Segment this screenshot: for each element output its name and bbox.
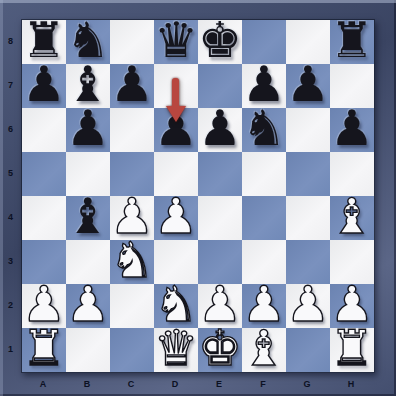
square-a1[interactable]: ♜ bbox=[22, 328, 66, 372]
square-a4[interactable] bbox=[22, 196, 66, 240]
file-label-a: A bbox=[21, 373, 65, 395]
square-g1[interactable] bbox=[286, 328, 330, 372]
file-label-d: D bbox=[153, 373, 197, 395]
rank-label-1: 1 bbox=[0, 327, 21, 371]
square-c6[interactable] bbox=[110, 108, 154, 152]
square-f6[interactable]: ♞ bbox=[242, 108, 286, 152]
square-a7[interactable]: ♟ bbox=[22, 64, 66, 108]
rank-label-4: 4 bbox=[0, 195, 21, 239]
black-pawn: ♟ bbox=[198, 107, 242, 151]
black-pawn: ♟ bbox=[22, 63, 66, 107]
black-queen: ♛ bbox=[154, 19, 198, 63]
square-h8[interactable]: ♜ bbox=[330, 20, 374, 64]
square-b6[interactable]: ♟ bbox=[66, 108, 110, 152]
rank-label-6: 6 bbox=[0, 107, 21, 151]
square-g4[interactable] bbox=[286, 196, 330, 240]
file-label-b: B bbox=[65, 373, 109, 395]
file-label-h: H bbox=[329, 373, 373, 395]
file-labels: ABCDEFGH bbox=[21, 373, 374, 395]
white-rook: ♜ bbox=[22, 327, 66, 371]
square-f5[interactable] bbox=[242, 152, 286, 196]
square-f1[interactable]: ♝ bbox=[242, 328, 286, 372]
square-h1[interactable]: ♜ bbox=[330, 328, 374, 372]
square-d1[interactable]: ♛ bbox=[154, 328, 198, 372]
file-label-c: C bbox=[109, 373, 153, 395]
white-knight: ♞ bbox=[110, 239, 154, 283]
square-e5[interactable] bbox=[198, 152, 242, 196]
rank-label-3: 3 bbox=[0, 239, 21, 283]
black-pawn: ♟ bbox=[154, 107, 198, 151]
square-b4[interactable]: ♝ bbox=[66, 196, 110, 240]
rank-labels: 87654321 bbox=[0, 19, 21, 371]
black-pawn: ♟ bbox=[110, 63, 154, 107]
square-c3[interactable]: ♞ bbox=[110, 240, 154, 284]
black-king: ♚ bbox=[198, 19, 242, 63]
white-rook: ♜ bbox=[330, 327, 374, 371]
square-a5[interactable] bbox=[22, 152, 66, 196]
square-g2[interactable]: ♟ bbox=[286, 284, 330, 328]
square-e4[interactable] bbox=[198, 196, 242, 240]
square-b2[interactable]: ♟ bbox=[66, 284, 110, 328]
square-h4[interactable]: ♝ bbox=[330, 196, 374, 240]
square-c7[interactable]: ♟ bbox=[110, 64, 154, 108]
square-d6[interactable]: ♟ bbox=[154, 108, 198, 152]
square-h6[interactable]: ♟ bbox=[330, 108, 374, 152]
black-pawn: ♟ bbox=[286, 63, 330, 107]
black-pawn: ♟ bbox=[330, 107, 374, 151]
rank-label-2: 2 bbox=[0, 283, 21, 327]
square-g6[interactable] bbox=[286, 108, 330, 152]
square-g7[interactable]: ♟ bbox=[286, 64, 330, 108]
chess-board: ♜♞♛♚♜♟♝♟♟♟♟♟♟♞♟♝♟♟♝♞♟♟♞♟♟♟♟♜♛♚♝♜ bbox=[21, 19, 375, 373]
white-bishop: ♝ bbox=[242, 327, 286, 371]
black-bishop: ♝ bbox=[66, 195, 110, 239]
black-rook: ♜ bbox=[330, 19, 374, 63]
square-c1[interactable] bbox=[110, 328, 154, 372]
file-label-g: G bbox=[285, 373, 329, 395]
square-c2[interactable] bbox=[110, 284, 154, 328]
white-queen: ♛ bbox=[154, 327, 198, 371]
square-e8[interactable]: ♚ bbox=[198, 20, 242, 64]
square-a6[interactable] bbox=[22, 108, 66, 152]
file-label-e: E bbox=[197, 373, 241, 395]
rank-label-8: 8 bbox=[0, 19, 21, 63]
rank-label-5: 5 bbox=[0, 151, 21, 195]
square-e6[interactable]: ♟ bbox=[198, 108, 242, 152]
white-bishop: ♝ bbox=[330, 195, 374, 239]
square-d4[interactable]: ♟ bbox=[154, 196, 198, 240]
white-pawn: ♟ bbox=[66, 283, 110, 327]
square-f4[interactable] bbox=[242, 196, 286, 240]
square-d8[interactable]: ♛ bbox=[154, 20, 198, 64]
black-pawn: ♟ bbox=[66, 107, 110, 151]
white-pawn: ♟ bbox=[286, 283, 330, 327]
square-e1[interactable]: ♚ bbox=[198, 328, 242, 372]
white-pawn: ♟ bbox=[154, 195, 198, 239]
white-king: ♚ bbox=[198, 327, 242, 371]
black-knight: ♞ bbox=[242, 107, 286, 151]
chess-diagram: 87654321 ♜♞♛♚♜♟♝♟♟♟♟♟♟♞♟♝♟♟♝♞♟♟♞♟♟♟♟♜♛♚♝… bbox=[0, 0, 396, 396]
square-b1[interactable] bbox=[66, 328, 110, 372]
square-g5[interactable] bbox=[286, 152, 330, 196]
file-label-f: F bbox=[241, 373, 285, 395]
rank-label-7: 7 bbox=[0, 63, 21, 107]
